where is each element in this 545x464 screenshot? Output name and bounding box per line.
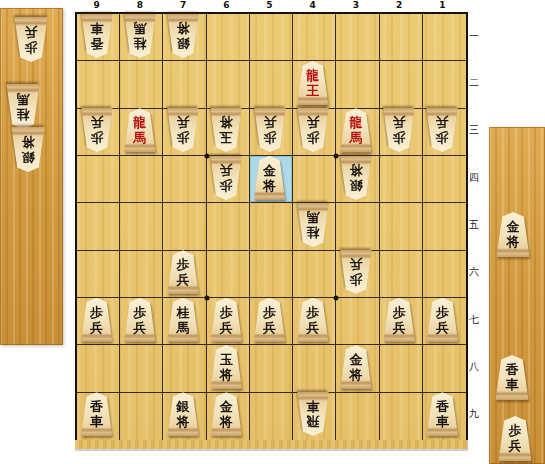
piece-49-gote-rook[interactable]: 飛車 <box>296 392 330 436</box>
square-9-2[interactable] <box>77 61 120 108</box>
piece-kanji: 歩兵 <box>425 108 459 152</box>
star-point <box>334 296 339 301</box>
shogi-app: 987654321 一二三四五六七八九 香車桂馬銀将龍王歩兵龍馬歩兵玉将歩兵歩兵… <box>0 0 545 464</box>
square-6-6[interactable] <box>207 251 250 298</box>
piece-33-sente-horse[interactable]: 龍馬 <box>339 108 373 152</box>
piece-97-sente-pawn[interactable]: 歩兵 <box>80 298 114 342</box>
square-6-1[interactable] <box>207 14 250 61</box>
rank-label-7: 七 <box>466 313 482 327</box>
hand-piece-gote-knight[interactable]: 桂馬 <box>5 84 41 129</box>
square-1-8[interactable] <box>423 345 466 392</box>
file-label-4: 4 <box>291 0 334 11</box>
piece-81-gote-knight[interactable]: 桂馬 <box>123 14 157 58</box>
piece-kanji: 歩兵 <box>339 250 373 294</box>
piece-27-sente-pawn[interactable]: 歩兵 <box>382 298 416 342</box>
piece-67-sente-pawn[interactable]: 歩兵 <box>209 298 243 342</box>
piece-kanji: 歩兵 <box>80 298 114 342</box>
square-4-4[interactable] <box>293 156 336 203</box>
square-6-2[interactable] <box>207 61 250 108</box>
square-2-4[interactable] <box>380 156 423 203</box>
piece-43-gote-pawn[interactable]: 歩兵 <box>296 108 330 152</box>
square-8-9[interactable] <box>120 393 163 440</box>
piece-69-sente-gold[interactable]: 金将 <box>209 392 243 436</box>
piece-77-sente-knight[interactable]: 桂馬 <box>166 298 200 342</box>
piece-kanji: 玉将 <box>209 108 243 152</box>
piece-kanji: 歩兵 <box>296 298 330 342</box>
square-1-6[interactable] <box>423 251 466 298</box>
square-2-2[interactable] <box>380 61 423 108</box>
piece-63-gote-king[interactable]: 玉将 <box>209 108 243 152</box>
piece-kanji: 金将 <box>253 156 287 200</box>
piece-kanji: 龍王 <box>296 61 330 105</box>
piece-kanji: 金将 <box>209 392 243 436</box>
rank-label-4: 四 <box>466 171 482 185</box>
square-8-2[interactable] <box>120 61 163 108</box>
piece-kanji: 金将 <box>339 345 373 389</box>
piece-kanji: 歩兵 <box>166 250 200 294</box>
square-3-7[interactable] <box>336 298 379 345</box>
piece-kanji: 歩兵 <box>80 108 114 152</box>
piece-kanji: 香車 <box>425 392 459 436</box>
square-5-2[interactable] <box>250 61 293 108</box>
square-9-4[interactable] <box>77 156 120 203</box>
file-label-2: 2 <box>378 0 421 11</box>
piece-kanji: 銀将 <box>166 392 200 436</box>
rank-label-3: 三 <box>466 123 482 137</box>
piece-kanji: 歩兵 <box>253 108 287 152</box>
square-5-9[interactable] <box>250 393 293 440</box>
piece-42-sente-dragon[interactable]: 龍王 <box>296 61 330 105</box>
piece-kanji: 香車 <box>80 392 114 436</box>
file-label-5: 5 <box>248 0 291 11</box>
square-3-2[interactable] <box>336 61 379 108</box>
piece-79-sente-silver[interactable]: 銀将 <box>166 392 200 436</box>
piece-kanji: 銀将 <box>339 156 373 200</box>
rank-label-2: 二 <box>466 76 482 90</box>
rank-label-1: 一 <box>466 29 482 43</box>
piece-kanji: 歩兵 <box>209 156 243 200</box>
file-label-3: 3 <box>334 0 377 11</box>
piece-kanji: 歩兵 <box>296 108 330 152</box>
piece-13-gote-pawn[interactable]: 歩兵 <box>425 108 459 152</box>
piece-kanji: 金将 <box>495 212 531 257</box>
square-3-1[interactable] <box>336 14 379 61</box>
square-6-5[interactable] <box>207 203 250 250</box>
square-9-6[interactable] <box>77 251 120 298</box>
piece-kanji: 龍馬 <box>123 108 157 152</box>
square-5-8[interactable] <box>250 345 293 392</box>
piece-91-gote-lance[interactable]: 香車 <box>80 14 114 58</box>
piece-71-gote-silver[interactable]: 銀将 <box>166 14 200 58</box>
piece-47-sente-pawn[interactable]: 歩兵 <box>296 298 330 342</box>
piece-kanji: 歩兵 <box>497 416 533 461</box>
piece-68-sente-king[interactable]: 玉将 <box>209 345 243 389</box>
piece-93-gote-pawn[interactable]: 歩兵 <box>80 108 114 152</box>
piece-19-sente-lance[interactable]: 香車 <box>425 392 459 436</box>
file-label-1: 1 <box>421 0 464 11</box>
piece-83-sente-horse[interactable]: 龍馬 <box>123 108 157 152</box>
rank-label-6: 六 <box>466 265 482 279</box>
rank-label-9: 九 <box>466 407 482 421</box>
square-9-8[interactable] <box>77 345 120 392</box>
piece-kanji: 玉将 <box>209 345 243 389</box>
piece-kanji: 桂馬 <box>5 84 41 129</box>
square-7-4[interactable] <box>163 156 206 203</box>
hand-piece-sente-pawn[interactable]: 歩兵 <box>497 416 533 461</box>
square-8-4[interactable] <box>120 156 163 203</box>
square-1-1[interactable] <box>423 14 466 61</box>
piece-17-sente-pawn[interactable]: 歩兵 <box>425 298 459 342</box>
square-2-5[interactable] <box>380 203 423 250</box>
hand-piece-sente-gold[interactable]: 金将 <box>495 212 531 257</box>
piece-kanji: 銀将 <box>10 127 46 172</box>
file-label-9: 9 <box>75 0 118 11</box>
shogi-board <box>75 12 468 442</box>
square-9-5[interactable] <box>77 203 120 250</box>
square-4-8[interactable] <box>293 345 336 392</box>
square-3-9[interactable] <box>336 393 379 440</box>
square-3-5[interactable] <box>336 203 379 250</box>
square-2-8[interactable] <box>380 345 423 392</box>
piece-kanji: 香車 <box>494 355 530 400</box>
piece-76-sente-pawn[interactable]: 歩兵 <box>166 250 200 294</box>
piece-36-gote-pawn[interactable]: 歩兵 <box>339 250 373 294</box>
square-2-9[interactable] <box>380 393 423 440</box>
piece-64-gote-pawn[interactable]: 歩兵 <box>209 156 243 200</box>
piece-87-sente-pawn[interactable]: 歩兵 <box>123 298 157 342</box>
square-5-1[interactable] <box>250 14 293 61</box>
square-8-5[interactable] <box>120 203 163 250</box>
piece-45-gote-knight[interactable]: 桂馬 <box>296 203 330 247</box>
hand-piece-gote-silver[interactable]: 銀将 <box>10 127 46 172</box>
square-1-2[interactable] <box>423 61 466 108</box>
piece-kanji: 桂馬 <box>296 203 330 247</box>
square-1-4[interactable] <box>423 156 466 203</box>
piece-kanji: 歩兵 <box>382 108 416 152</box>
board-front-edge <box>75 440 468 451</box>
piece-34-gote-silver[interactable]: 銀将 <box>339 156 373 200</box>
piece-kanji: 銀将 <box>166 14 200 58</box>
piece-57-sente-pawn[interactable]: 歩兵 <box>253 298 287 342</box>
square-2-1[interactable] <box>380 14 423 61</box>
square-4-6[interactable] <box>293 251 336 298</box>
piece-kanji: 飛車 <box>296 392 330 436</box>
piece-kanji: 歩兵 <box>209 298 243 342</box>
square-5-5[interactable] <box>250 203 293 250</box>
piece-kanji: 歩兵 <box>382 298 416 342</box>
piece-54-sente-gold[interactable]: 金将 <box>253 156 287 200</box>
hand-piece-gote-pawn[interactable]: 歩兵 <box>13 17 49 62</box>
piece-kanji: 歩兵 <box>123 298 157 342</box>
piece-38-sente-gold[interactable]: 金将 <box>339 345 373 389</box>
piece-73-gote-pawn[interactable]: 歩兵 <box>166 108 200 152</box>
rank-label-5: 五 <box>466 218 482 232</box>
piece-kanji: 香車 <box>80 14 114 58</box>
piece-99-sente-lance[interactable]: 香車 <box>80 392 114 436</box>
file-label-7: 7 <box>161 0 204 11</box>
sente-komadai <box>489 127 545 464</box>
piece-23-gote-pawn[interactable]: 歩兵 <box>382 108 416 152</box>
file-label-8: 8 <box>118 0 161 11</box>
piece-kanji: 桂馬 <box>123 14 157 58</box>
square-5-6[interactable] <box>250 251 293 298</box>
piece-kanji: 歩兵 <box>253 298 287 342</box>
square-8-6[interactable] <box>120 251 163 298</box>
file-label-6: 6 <box>205 0 248 11</box>
piece-kanji: 歩兵 <box>166 108 200 152</box>
square-7-2[interactable] <box>163 61 206 108</box>
rank-label-8: 八 <box>466 360 482 374</box>
piece-53-gote-pawn[interactable]: 歩兵 <box>253 108 287 152</box>
hand-piece-sente-lance[interactable]: 香車 <box>494 355 530 400</box>
piece-kanji: 歩兵 <box>425 298 459 342</box>
square-8-8[interactable] <box>120 345 163 392</box>
piece-kanji: 龍馬 <box>339 108 373 152</box>
piece-kanji: 歩兵 <box>13 17 49 62</box>
square-7-5[interactable] <box>163 203 206 250</box>
square-7-8[interactable] <box>163 345 206 392</box>
square-1-5[interactable] <box>423 203 466 250</box>
square-4-1[interactable] <box>293 14 336 61</box>
piece-kanji: 桂馬 <box>166 298 200 342</box>
square-2-6[interactable] <box>380 251 423 298</box>
